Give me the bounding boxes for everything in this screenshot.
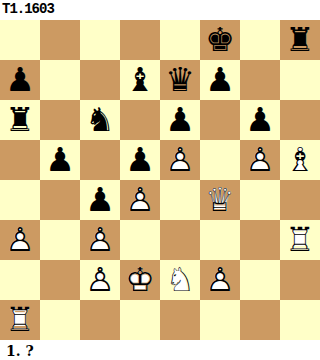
square-d5[interactable]: ♟	[120, 140, 160, 180]
piece-black-pawn[interactable]: ♟	[0, 60, 40, 100]
square-g7[interactable]	[240, 60, 280, 100]
square-a5[interactable]	[0, 140, 40, 180]
square-g1[interactable]	[240, 300, 280, 340]
square-e4[interactable]	[160, 180, 200, 220]
square-c4[interactable]: ♟	[80, 180, 120, 220]
white-piece-outline: ♙	[240, 140, 280, 180]
square-f5[interactable]	[200, 140, 240, 180]
square-h6[interactable]	[280, 100, 320, 140]
piece-black-queen[interactable]: ♛	[160, 60, 200, 100]
square-a2[interactable]	[0, 260, 40, 300]
square-f1[interactable]	[200, 300, 240, 340]
square-a3[interactable]: ♟♙	[0, 220, 40, 260]
square-a7[interactable]: ♟	[0, 60, 40, 100]
square-d1[interactable]	[120, 300, 160, 340]
square-h4[interactable]	[280, 180, 320, 220]
square-d3[interactable]	[120, 220, 160, 260]
square-g4[interactable]	[240, 180, 280, 220]
piece-white-bishop[interactable]: ♝♗	[280, 140, 320, 180]
white-piece-outline: ♙	[200, 260, 240, 300]
square-c3[interactable]: ♟♙	[80, 220, 120, 260]
square-h2[interactable]	[280, 260, 320, 300]
white-piece-outline: ♙	[120, 180, 160, 220]
piece-black-pawn[interactable]: ♟	[120, 140, 160, 180]
square-a1[interactable]: ♜♖	[0, 300, 40, 340]
square-e7[interactable]: ♛	[160, 60, 200, 100]
square-b7[interactable]	[40, 60, 80, 100]
square-d2[interactable]: ♚♔	[120, 260, 160, 300]
square-a6[interactable]: ♜	[0, 100, 40, 140]
piece-black-rook[interactable]: ♜	[280, 20, 320, 60]
square-b4[interactable]	[40, 180, 80, 220]
piece-white-pawn[interactable]: ♟♙	[80, 220, 120, 260]
white-piece-outline: ♗	[280, 140, 320, 180]
square-a4[interactable]	[0, 180, 40, 220]
square-b1[interactable]	[40, 300, 80, 340]
square-g2[interactable]	[240, 260, 280, 300]
piece-white-pawn[interactable]: ♟♙	[120, 180, 160, 220]
piece-white-knight[interactable]: ♞♘	[160, 260, 200, 300]
square-c2[interactable]: ♟♙	[80, 260, 120, 300]
square-c8[interactable]	[80, 20, 120, 60]
square-d6[interactable]	[120, 100, 160, 140]
square-e1[interactable]	[160, 300, 200, 340]
piece-black-pawn[interactable]: ♟	[40, 140, 80, 180]
square-c6[interactable]: ♞	[80, 100, 120, 140]
square-d4[interactable]: ♟♙	[120, 180, 160, 220]
square-b5[interactable]: ♟	[40, 140, 80, 180]
piece-white-pawn[interactable]: ♟♙	[80, 260, 120, 300]
piece-white-pawn[interactable]: ♟♙	[0, 220, 40, 260]
square-b6[interactable]	[40, 100, 80, 140]
white-piece-outline: ♕	[200, 180, 240, 220]
white-piece-outline: ♙	[0, 220, 40, 260]
square-e5[interactable]: ♟♙	[160, 140, 200, 180]
square-f3[interactable]	[200, 220, 240, 260]
square-e3[interactable]	[160, 220, 200, 260]
white-piece-outline: ♖	[0, 300, 40, 340]
piece-white-rook[interactable]: ♜♖	[0, 300, 40, 340]
move-prompt: 1. ?	[0, 340, 320, 360]
square-f4[interactable]: ♛♕	[200, 180, 240, 220]
square-b8[interactable]	[40, 20, 80, 60]
square-f2[interactable]: ♟♙	[200, 260, 240, 300]
square-h8[interactable]: ♜	[280, 20, 320, 60]
white-piece-outline: ♙	[80, 220, 120, 260]
square-e6[interactable]: ♟	[160, 100, 200, 140]
square-d7[interactable]: ♝	[120, 60, 160, 100]
white-piece-outline: ♙	[160, 140, 200, 180]
piece-black-pawn[interactable]: ♟	[160, 100, 200, 140]
square-h5[interactable]: ♝♗	[280, 140, 320, 180]
white-piece-outline: ♖	[280, 220, 320, 260]
square-h1[interactable]	[280, 300, 320, 340]
square-g5[interactable]: ♟♙	[240, 140, 280, 180]
square-g3[interactable]	[240, 220, 280, 260]
square-h7[interactable]	[280, 60, 320, 100]
piece-white-king[interactable]: ♚♔	[120, 260, 160, 300]
square-a8[interactable]	[0, 20, 40, 60]
square-b3[interactable]	[40, 220, 80, 260]
piece-black-knight[interactable]: ♞	[80, 100, 120, 140]
square-c7[interactable]	[80, 60, 120, 100]
square-d8[interactable]	[120, 20, 160, 60]
square-f8[interactable]: ♚	[200, 20, 240, 60]
square-h3[interactable]: ♜♖	[280, 220, 320, 260]
white-piece-outline: ♘	[160, 260, 200, 300]
piece-black-bishop[interactable]: ♝	[120, 60, 160, 100]
square-e2[interactable]: ♞♘	[160, 260, 200, 300]
piece-black-pawn[interactable]: ♟	[200, 60, 240, 100]
puzzle-id: T1.1603	[0, 0, 320, 20]
piece-white-queen[interactable]: ♛♕	[200, 180, 240, 220]
square-g8[interactable]	[240, 20, 280, 60]
piece-black-pawn[interactable]: ♟	[240, 100, 280, 140]
chess-puzzle-window: T1.1603 ♚♜♟♝♛♟♜♞♟♟♟♟♟♙♟♙♝♗♟♟♙♛♕♟♙♟♙♜♖♟♙♚…	[0, 0, 320, 360]
piece-black-rook[interactable]: ♜	[0, 100, 40, 140]
square-g6[interactable]: ♟	[240, 100, 280, 140]
square-c5[interactable]	[80, 140, 120, 180]
chess-board: ♚♜♟♝♛♟♜♞♟♟♟♟♟♙♟♙♝♗♟♟♙♛♕♟♙♟♙♜♖♟♙♚♔♞♘♟♙♜♖	[0, 20, 320, 340]
square-f6[interactable]	[200, 100, 240, 140]
piece-white-rook[interactable]: ♜♖	[280, 220, 320, 260]
piece-white-pawn[interactable]: ♟♙	[200, 260, 240, 300]
piece-white-pawn[interactable]: ♟♙	[240, 140, 280, 180]
white-piece-outline: ♙	[80, 260, 120, 300]
square-b2[interactable]	[40, 260, 80, 300]
piece-black-pawn[interactable]: ♟	[80, 180, 120, 220]
square-f7[interactable]: ♟	[200, 60, 240, 100]
piece-black-king[interactable]: ♚	[200, 20, 240, 60]
square-e8[interactable]	[160, 20, 200, 60]
square-c1[interactable]	[80, 300, 120, 340]
piece-white-pawn[interactable]: ♟♙	[160, 140, 200, 180]
white-piece-outline: ♔	[120, 260, 160, 300]
